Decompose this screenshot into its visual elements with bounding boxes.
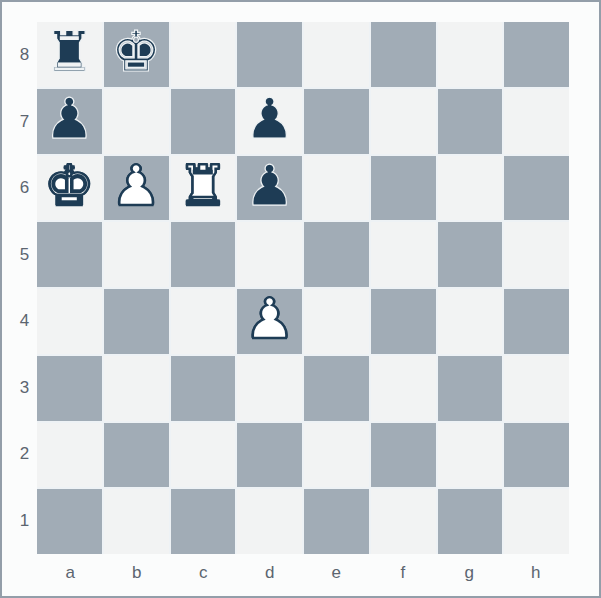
square-a2[interactable] [37, 423, 102, 488]
square-b4[interactable] [104, 289, 169, 354]
file-label-f: f [370, 554, 437, 592]
rank-labels: 87654321 [2, 22, 37, 554]
rank-label-3: 3 [2, 355, 37, 422]
rank-label-2: 2 [2, 421, 37, 488]
square-a1[interactable] [37, 489, 102, 554]
square-d4[interactable]: ♟ [237, 289, 302, 354]
piece-black-rook: ♜ [44, 24, 94, 80]
square-b8[interactable]: ♚ [104, 22, 169, 87]
square-e4[interactable] [304, 289, 369, 354]
square-f3[interactable] [371, 356, 436, 421]
square-d6[interactable]: ♟ [237, 156, 302, 221]
square-a8[interactable]: ♜ [37, 22, 102, 87]
square-g4[interactable] [438, 289, 503, 354]
square-c8[interactable] [171, 22, 236, 87]
rank-label-1: 1 [2, 488, 37, 555]
square-c6[interactable]: ♜ [171, 156, 236, 221]
square-b6[interactable]: ♟ [104, 156, 169, 221]
square-c1[interactable] [171, 489, 236, 554]
square-g7[interactable] [438, 89, 503, 154]
chess-diagram-frame: 87654321 ♜♚♟♟♚♟♜♟♟ abcdefgh [0, 0, 601, 598]
square-e6[interactable] [304, 156, 369, 221]
square-f2[interactable] [371, 423, 436, 488]
file-label-h: h [503, 554, 570, 592]
square-g6[interactable] [438, 156, 503, 221]
chess-board: ♜♚♟♟♚♟♜♟♟ [37, 22, 569, 554]
square-c2[interactable] [171, 423, 236, 488]
square-b1[interactable] [104, 489, 169, 554]
piece-white-pawn: ♟ [245, 291, 295, 347]
square-c4[interactable] [171, 289, 236, 354]
piece-black-pawn: ♟ [245, 158, 295, 214]
square-e5[interactable] [304, 222, 369, 287]
square-g8[interactable] [438, 22, 503, 87]
square-a6[interactable]: ♚ [37, 156, 102, 221]
square-c3[interactable] [171, 356, 236, 421]
rank-label-6: 6 [2, 155, 37, 222]
square-e3[interactable] [304, 356, 369, 421]
file-label-c: c [170, 554, 237, 592]
file-labels: abcdefgh [37, 554, 569, 592]
rank-label-5: 5 [2, 222, 37, 289]
square-h1[interactable] [504, 489, 569, 554]
file-label-e: e [303, 554, 370, 592]
square-e8[interactable] [304, 22, 369, 87]
piece-white-king: ♚ [44, 158, 94, 214]
square-b3[interactable] [104, 356, 169, 421]
square-a4[interactable] [37, 289, 102, 354]
rank-label-7: 7 [2, 89, 37, 156]
rank-label-8: 8 [2, 22, 37, 89]
piece-white-rook: ♜ [178, 158, 228, 214]
square-f6[interactable] [371, 156, 436, 221]
square-c7[interactable] [171, 89, 236, 154]
square-e2[interactable] [304, 423, 369, 488]
square-c5[interactable] [171, 222, 236, 287]
square-d3[interactable] [237, 356, 302, 421]
square-g5[interactable] [438, 222, 503, 287]
rank-label-4: 4 [2, 288, 37, 355]
square-d1[interactable] [237, 489, 302, 554]
file-label-b: b [104, 554, 171, 592]
square-h8[interactable] [504, 22, 569, 87]
square-f7[interactable] [371, 89, 436, 154]
square-e1[interactable] [304, 489, 369, 554]
square-b2[interactable] [104, 423, 169, 488]
square-f1[interactable] [371, 489, 436, 554]
square-g3[interactable] [438, 356, 503, 421]
square-h3[interactable] [504, 356, 569, 421]
file-label-g: g [436, 554, 503, 592]
square-f4[interactable] [371, 289, 436, 354]
piece-white-pawn: ♟ [111, 158, 161, 214]
square-f8[interactable] [371, 22, 436, 87]
square-d8[interactable] [237, 22, 302, 87]
square-d5[interactable] [237, 222, 302, 287]
square-a5[interactable] [37, 222, 102, 287]
square-h4[interactable] [504, 289, 569, 354]
piece-black-pawn: ♟ [245, 91, 295, 147]
square-h7[interactable] [504, 89, 569, 154]
square-h5[interactable] [504, 222, 569, 287]
square-b5[interactable] [104, 222, 169, 287]
square-h6[interactable] [504, 156, 569, 221]
square-d2[interactable] [237, 423, 302, 488]
file-label-d: d [237, 554, 304, 592]
piece-black-king: ♚ [111, 24, 161, 80]
square-a3[interactable] [37, 356, 102, 421]
square-g2[interactable] [438, 423, 503, 488]
square-e7[interactable] [304, 89, 369, 154]
square-g1[interactable] [438, 489, 503, 554]
square-b7[interactable] [104, 89, 169, 154]
square-f5[interactable] [371, 222, 436, 287]
square-d7[interactable]: ♟ [237, 89, 302, 154]
file-label-a: a [37, 554, 104, 592]
piece-black-pawn: ♟ [44, 91, 94, 147]
square-h2[interactable] [504, 423, 569, 488]
square-a7[interactable]: ♟ [37, 89, 102, 154]
